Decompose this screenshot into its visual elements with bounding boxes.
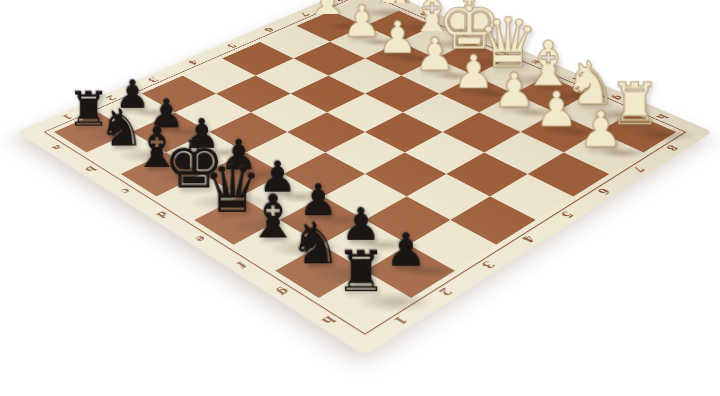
rank-label-6-far: 6 (259, 25, 279, 34)
square-a4 (183, 58, 256, 93)
white-pawn-b7: ♟ (342, 0, 381, 42)
rank-label-2-near: 2 (433, 284, 460, 300)
white-pawn-g7: ♟ (534, 86, 578, 132)
file-label-b-near: b (79, 163, 103, 176)
square-d5 (327, 94, 403, 132)
white-pawn-h7: ♟ (578, 105, 623, 153)
square-h5 (490, 174, 573, 220)
rank-label-5-near: 5 (555, 208, 580, 222)
rank-label-5-far: 5 (222, 41, 242, 51)
rank-label-8-near: 8 (661, 142, 684, 154)
file-label-e-near: e (188, 232, 213, 247)
file-label-g-near: g (271, 284, 298, 300)
rank-label-4-near: 4 (516, 232, 541, 247)
file-label-a-near: a (46, 142, 69, 154)
black-pawn-h2: ♟ (385, 227, 427, 271)
white-pawn-c7: ♟ (377, 16, 417, 59)
file-label-h-near: h (315, 312, 342, 329)
black-knight-g1: ♞ (290, 216, 342, 271)
white-pawn-d7: ♟ (414, 32, 455, 76)
black-rook-h1: ♜ (335, 245, 386, 299)
file-label-c-near: c (114, 185, 138, 198)
rank-label-3-near: 3 (476, 257, 502, 272)
rank-label-6-near: 6 (592, 185, 616, 198)
file-label-f-near: f (228, 257, 254, 272)
rank-label-1-near: 1 (388, 312, 415, 329)
white-pawn-a7: ♟ (308, 0, 347, 26)
white-pawn-f7: ♟ (492, 67, 535, 112)
chess-board: ♜♞♝♚♛♝♞♜♟♟♟♟♟♟♟♟♟♟♟♟♟♟♟♟♜♞♝♚♛♝♞♜ aabbccd… (17, 0, 713, 356)
rank-label-7-near: 7 (627, 163, 651, 176)
file-label-d-near: d (150, 208, 175, 222)
board-squares: ♜♞♝♚♛♝♞♜♟♟♟♟♟♟♟♟♟♟♟♟♟♟♟♟♜♞♝♚♛♝♞♜ (54, 0, 676, 327)
white-pawn-e7: ♟ (452, 49, 494, 94)
product-photo-stage: ♜♞♝♚♛♝♞♜♟♟♟♟♟♟♟♟♟♟♟♟♟♟♟♟♜♞♝♚♛♝♞♜ aabbccd… (0, 0, 720, 396)
rank-label-4-far: 4 (183, 57, 204, 67)
